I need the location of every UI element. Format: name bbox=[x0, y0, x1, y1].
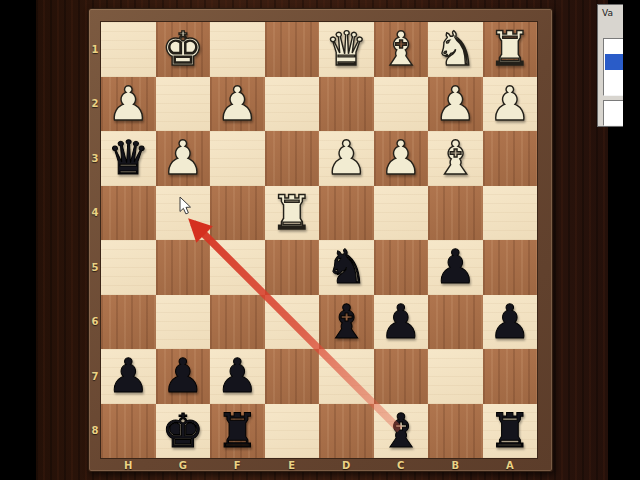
rank-label-1: 1 bbox=[89, 22, 101, 77]
square-d5[interactable]: ♞ bbox=[319, 240, 374, 295]
file-label-h: H bbox=[101, 458, 156, 473]
square-a7[interactable] bbox=[483, 349, 538, 404]
square-e3[interactable] bbox=[265, 131, 320, 186]
square-e4[interactable]: ♜ bbox=[265, 186, 320, 241]
square-f7[interactable]: ♟ bbox=[210, 349, 265, 404]
square-c6[interactable]: ♟ bbox=[374, 295, 429, 350]
white-queen-d1[interactable]: ♛ bbox=[319, 22, 374, 77]
square-c7[interactable] bbox=[374, 349, 429, 404]
square-d3[interactable]: ♟ bbox=[319, 131, 374, 186]
square-d1[interactable]: ♛ bbox=[319, 22, 374, 77]
rank-label-5: 5 bbox=[89, 240, 101, 295]
black-bishop-d6[interactable]: ♝ bbox=[319, 295, 374, 350]
square-d4[interactable] bbox=[319, 186, 374, 241]
square-g6[interactable] bbox=[156, 295, 211, 350]
square-b3[interactable]: ♝ bbox=[428, 131, 483, 186]
square-a2[interactable]: ♟ bbox=[483, 77, 538, 132]
listbox-selected-item[interactable] bbox=[605, 54, 623, 70]
square-g5[interactable] bbox=[156, 240, 211, 295]
square-b7[interactable] bbox=[428, 349, 483, 404]
square-c2[interactable] bbox=[374, 77, 429, 132]
white-pawn-h2[interactable]: ♟ bbox=[101, 77, 156, 132]
square-h2[interactable]: ♟ bbox=[101, 77, 156, 132]
white-rook-e4[interactable]: ♜ bbox=[265, 186, 320, 241]
file-label-c: C bbox=[374, 458, 429, 473]
square-f3[interactable] bbox=[210, 131, 265, 186]
square-c5[interactable] bbox=[374, 240, 429, 295]
square-e8[interactable] bbox=[265, 404, 320, 459]
file-label-a: A bbox=[483, 458, 538, 473]
dialog-title: Va bbox=[598, 5, 623, 18]
square-e2[interactable] bbox=[265, 77, 320, 132]
rank-label-2: 2 bbox=[89, 77, 101, 132]
white-pawn-d3[interactable]: ♟ bbox=[319, 131, 374, 186]
white-king-g1[interactable]: ♚ bbox=[156, 22, 211, 77]
file-label-d: D bbox=[319, 458, 374, 473]
square-g8[interactable]: ♚ bbox=[156, 404, 211, 459]
file-labels: HGFEDCBA bbox=[101, 458, 537, 473]
square-b4[interactable] bbox=[428, 186, 483, 241]
black-bishop-c8[interactable]: ♝ bbox=[374, 404, 429, 459]
black-king-g8[interactable]: ♚ bbox=[156, 404, 211, 459]
square-a1[interactable]: ♜ bbox=[483, 22, 538, 77]
square-b6[interactable] bbox=[428, 295, 483, 350]
white-pawn-a2[interactable]: ♟ bbox=[483, 77, 538, 132]
square-c1[interactable]: ♝ bbox=[374, 22, 429, 77]
square-c3[interactable]: ♟ bbox=[374, 131, 429, 186]
white-pawn-f2[interactable]: ♟ bbox=[210, 77, 265, 132]
square-c8[interactable]: ♝ bbox=[374, 404, 429, 459]
square-a3[interactable] bbox=[483, 131, 538, 186]
square-h5[interactable] bbox=[101, 240, 156, 295]
black-rook-a8[interactable]: ♜ bbox=[483, 404, 538, 459]
black-queen-h3[interactable]: ♛ bbox=[101, 131, 156, 186]
square-a6[interactable]: ♟ bbox=[483, 295, 538, 350]
black-pawn-b5[interactable]: ♟ bbox=[428, 240, 483, 295]
square-f5[interactable] bbox=[210, 240, 265, 295]
square-e5[interactable] bbox=[265, 240, 320, 295]
black-pawn-a6[interactable]: ♟ bbox=[483, 295, 538, 350]
square-h3[interactable]: ♛ bbox=[101, 131, 156, 186]
black-pawn-f7[interactable]: ♟ bbox=[210, 349, 265, 404]
square-d6[interactable]: ♝ bbox=[319, 295, 374, 350]
white-pawn-g3[interactable]: ♟ bbox=[156, 131, 211, 186]
square-d7[interactable] bbox=[319, 349, 374, 404]
black-rook-f8[interactable]: ♜ bbox=[210, 404, 265, 459]
white-pawn-b2[interactable]: ♟ bbox=[428, 77, 483, 132]
square-h8[interactable] bbox=[101, 404, 156, 459]
left-black-bar bbox=[0, 0, 36, 480]
square-h7[interactable]: ♟ bbox=[101, 349, 156, 404]
square-b8[interactable] bbox=[428, 404, 483, 459]
square-f4[interactable] bbox=[210, 186, 265, 241]
square-g2[interactable] bbox=[156, 77, 211, 132]
square-d2[interactable] bbox=[319, 77, 374, 132]
square-a5[interactable] bbox=[483, 240, 538, 295]
square-b1[interactable]: ♞ bbox=[428, 22, 483, 77]
square-e6[interactable] bbox=[265, 295, 320, 350]
chess-board-frame: 12345678 ♚♛♝♞♜♟♟♟♟♛♟♟♟♝♜♞♟♝♟♟♟♟♟♚♜♝♜ HGF… bbox=[88, 8, 553, 472]
rank-label-4: 4 bbox=[89, 186, 101, 241]
white-bishop-b3[interactable]: ♝ bbox=[428, 131, 483, 186]
square-c4[interactable] bbox=[374, 186, 429, 241]
square-g7[interactable]: ♟ bbox=[156, 349, 211, 404]
square-h6[interactable] bbox=[101, 295, 156, 350]
square-g1[interactable]: ♚ bbox=[156, 22, 211, 77]
rank-label-3: 3 bbox=[89, 131, 101, 186]
file-label-e: E bbox=[265, 458, 320, 473]
black-knight-d5[interactable]: ♞ bbox=[319, 240, 374, 295]
chess-board[interactable]: ♚♛♝♞♜♟♟♟♟♛♟♟♟♝♜♞♟♝♟♟♟♟♟♚♜♝♜ bbox=[101, 22, 537, 458]
square-f8[interactable]: ♜ bbox=[210, 404, 265, 459]
rank-label-6: 6 bbox=[89, 295, 101, 350]
square-h4[interactable] bbox=[101, 186, 156, 241]
black-pawn-h7[interactable]: ♟ bbox=[101, 349, 156, 404]
side-dialog: Va bbox=[597, 4, 623, 127]
square-e7[interactable] bbox=[265, 349, 320, 404]
square-g4[interactable] bbox=[156, 186, 211, 241]
white-bishop-c1[interactable]: ♝ bbox=[374, 22, 429, 77]
file-label-g: G bbox=[156, 458, 211, 473]
white-knight-b1[interactable]: ♞ bbox=[428, 22, 483, 77]
square-g3[interactable]: ♟ bbox=[156, 131, 211, 186]
square-e1[interactable] bbox=[265, 22, 320, 77]
white-pawn-c3[interactable]: ♟ bbox=[374, 131, 429, 186]
square-f6[interactable] bbox=[210, 295, 265, 350]
square-a8[interactable]: ♜ bbox=[483, 404, 538, 459]
black-pawn-g7[interactable]: ♟ bbox=[156, 349, 211, 404]
square-b5[interactable]: ♟ bbox=[428, 240, 483, 295]
square-b2[interactable]: ♟ bbox=[428, 77, 483, 132]
file-label-f: F bbox=[210, 458, 265, 473]
dialog-listbox[interactable] bbox=[603, 38, 623, 96]
square-a4[interactable] bbox=[483, 186, 538, 241]
rank-label-8: 8 bbox=[89, 404, 101, 459]
square-h1[interactable] bbox=[101, 22, 156, 77]
square-f1[interactable] bbox=[210, 22, 265, 77]
white-rook-a1[interactable]: ♜ bbox=[483, 22, 538, 77]
square-d8[interactable] bbox=[319, 404, 374, 459]
dialog-lower-box[interactable] bbox=[603, 100, 623, 126]
rank-labels: 12345678 bbox=[89, 22, 101, 458]
file-label-b: B bbox=[428, 458, 483, 473]
black-pawn-c6[interactable]: ♟ bbox=[374, 295, 429, 350]
rank-label-7: 7 bbox=[89, 349, 101, 404]
square-f2[interactable]: ♟ bbox=[210, 77, 265, 132]
